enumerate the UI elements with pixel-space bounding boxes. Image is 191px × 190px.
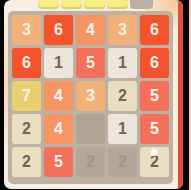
tile-value: 6 [150, 54, 159, 72]
tile-value: 1 [54, 54, 63, 72]
board[interactable]: 364366151674325241525222 [8, 11, 173, 184]
tile-5: 5 [140, 81, 169, 111]
edge-pink-sliver [189, 0, 191, 190]
tile-3: 3 [12, 15, 41, 45]
partial-tile-yellow-4 [107, 0, 128, 9]
tile-value: 2 [86, 153, 95, 171]
tile-value: 7 [22, 87, 31, 105]
tile-value: 4 [86, 21, 95, 39]
tile-value: 6 [150, 21, 159, 39]
partial-tile-yellow-1 [38, 0, 59, 9]
app-window: 364366151674325241525222 [0, 0, 191, 190]
tile-value: 1 [118, 120, 127, 138]
tile-value: 2 [22, 153, 31, 171]
tile-4: 4 [76, 15, 105, 45]
right-red-stripe [178, 0, 183, 189]
sparkle-particle [150, 149, 157, 156]
tile-value: 5 [54, 153, 63, 171]
tile-6: 6 [140, 15, 169, 45]
tile-4: 4 [44, 81, 73, 111]
tile-6: 6 [44, 15, 73, 45]
tile-6: 6 [12, 48, 41, 78]
tile-value: 1 [118, 54, 127, 72]
game-screen: 364366151674325241525222 [4, 0, 183, 189]
tile-2: 2 [12, 147, 41, 177]
tile-value: 3 [86, 87, 95, 105]
tile-3: 3 [76, 81, 105, 111]
tile-value: 6 [22, 54, 31, 72]
ghost-tile-2: 2 [76, 147, 105, 177]
tile-value: 4 [54, 120, 63, 138]
tile-value: 5 [150, 87, 159, 105]
tile-7: 7 [12, 81, 41, 111]
tile-value: 6 [54, 21, 63, 39]
tile-2: 2 [140, 147, 169, 177]
tile-value: 5 [150, 120, 159, 138]
tile-value: 2 [118, 87, 127, 105]
tile-value: 4 [54, 87, 63, 105]
empty-cell [76, 114, 105, 144]
tile-5: 5 [76, 48, 105, 78]
tile-value: 3 [22, 21, 31, 39]
tile-value: 2 [118, 153, 127, 171]
tile-5: 5 [140, 114, 169, 144]
tile-value: 5 [86, 54, 95, 72]
tile-3: 3 [108, 15, 137, 45]
ghost-tile-2: 2 [108, 147, 137, 177]
tile-value: 3 [118, 21, 127, 39]
tile-2: 2 [108, 81, 137, 111]
tile-6: 6 [140, 48, 169, 78]
tile-4: 4 [44, 114, 73, 144]
partial-tile-gray [130, 0, 153, 9]
tile-1: 1 [108, 48, 137, 78]
tile-value: 2 [22, 120, 31, 138]
board-grid: 364366151674325241525222 [8, 11, 173, 181]
tile-1: 1 [108, 114, 137, 144]
tile-5: 5 [44, 147, 73, 177]
partial-tile-yellow-2 [61, 0, 82, 9]
tile-2: 2 [12, 114, 41, 144]
tile-1: 1 [44, 48, 73, 78]
partial-tile-yellow-3 [84, 0, 105, 9]
